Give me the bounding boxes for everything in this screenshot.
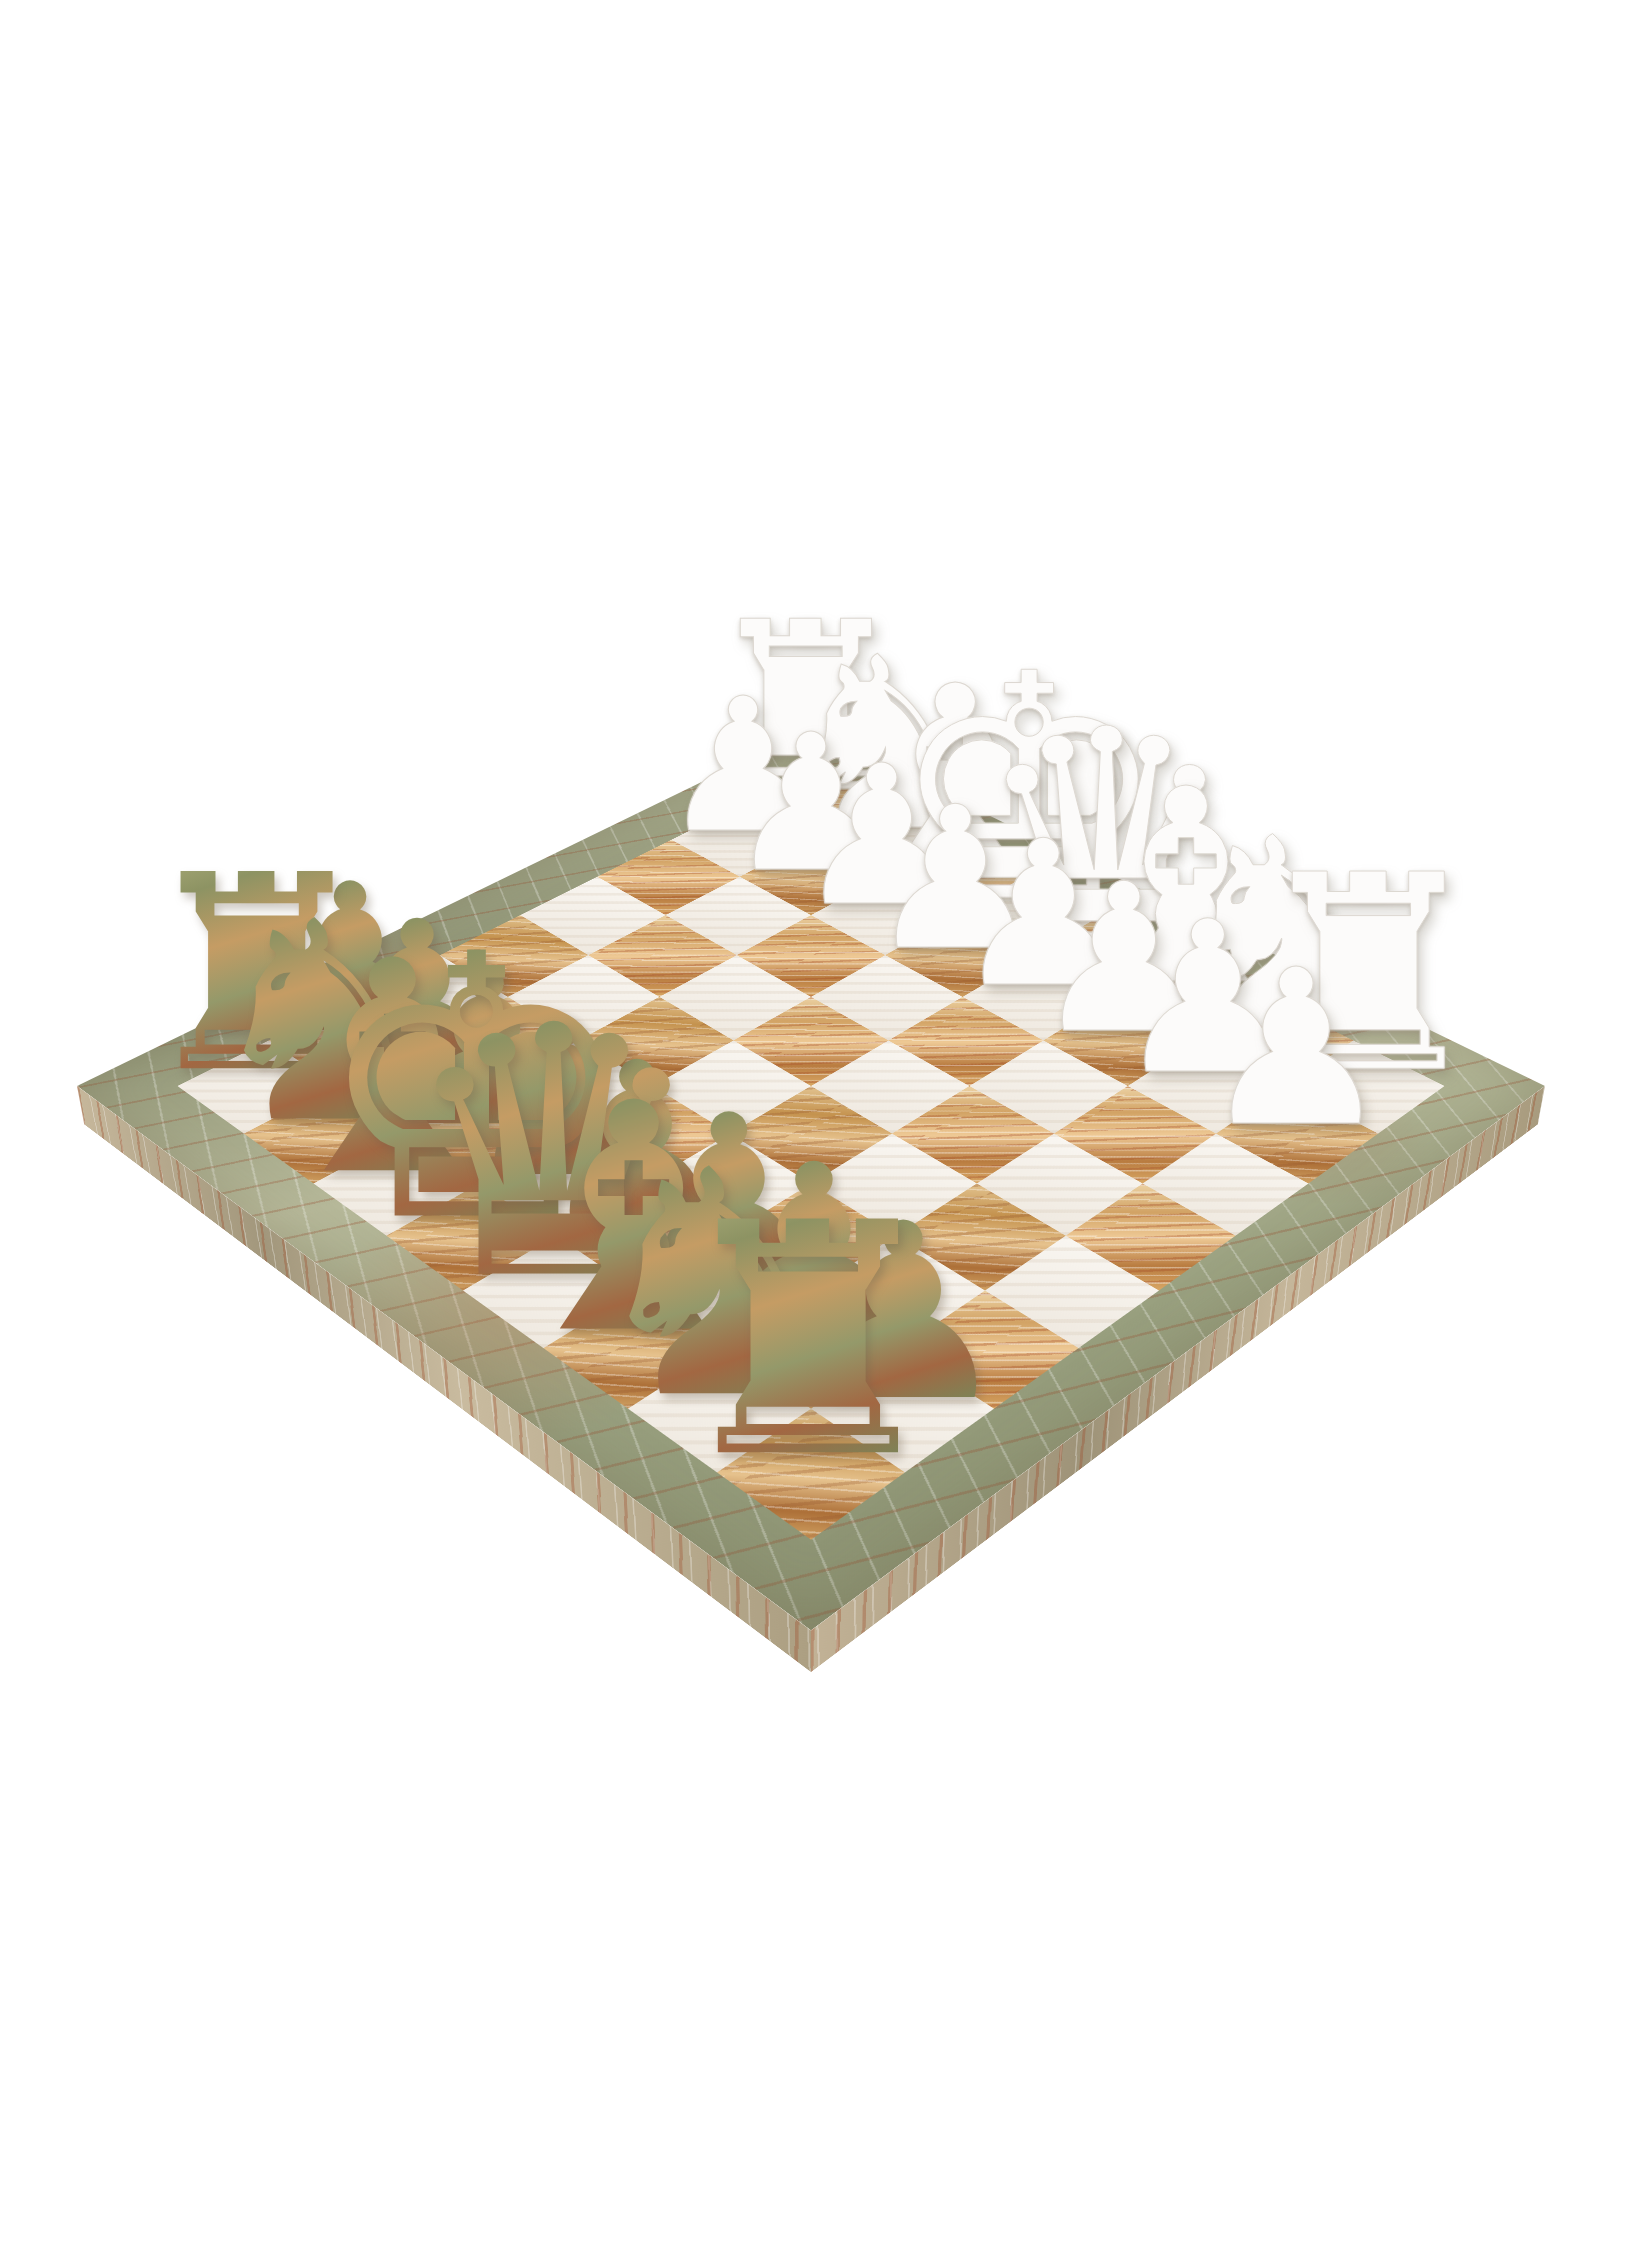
chess-board [77,729,1545,1631]
square-c8 [543,1291,721,1409]
square-f8 [314,1134,480,1236]
product-photo-page: { "game": "chess", "view": "three-quarte… [0,0,1643,2251]
square-c4 [892,1086,1054,1183]
square-c7 [637,1236,811,1348]
board-grid [177,770,1444,1540]
square-b8 [628,1348,811,1472]
board-frame-green-onyx [77,729,1545,1631]
square-b3 [1054,1086,1216,1183]
square-f7 [406,1086,568,1183]
square-a6 [900,1291,1078,1409]
square-d7 [556,1183,726,1290]
square-a4 [1066,1183,1236,1290]
square-a7 [811,1348,994,1472]
square-b7 [722,1291,900,1409]
square-g8 [244,1086,406,1183]
square-b4 [977,1134,1143,1236]
square-d6 [645,1134,811,1236]
square-a5 [985,1236,1159,1348]
chess-scene: ♜♞♝♛♚♝♞♜♟♟♟♟♟♟♟♟♜♞♝♛♚♝♞♜♟♟♟♟♟♟♟♟ [0,0,1643,2251]
square-b5 [896,1183,1066,1290]
square-c5 [811,1134,977,1236]
square-e8 [386,1183,556,1290]
square-d5 [730,1086,892,1183]
square-c6 [726,1183,896,1290]
square-a2 [1216,1086,1378,1183]
square-e7 [479,1134,645,1236]
square-b6 [811,1236,985,1348]
square-e6 [568,1086,730,1183]
square-d8 [463,1236,637,1348]
square-a8 [717,1409,905,1540]
square-a3 [1143,1134,1309,1236]
